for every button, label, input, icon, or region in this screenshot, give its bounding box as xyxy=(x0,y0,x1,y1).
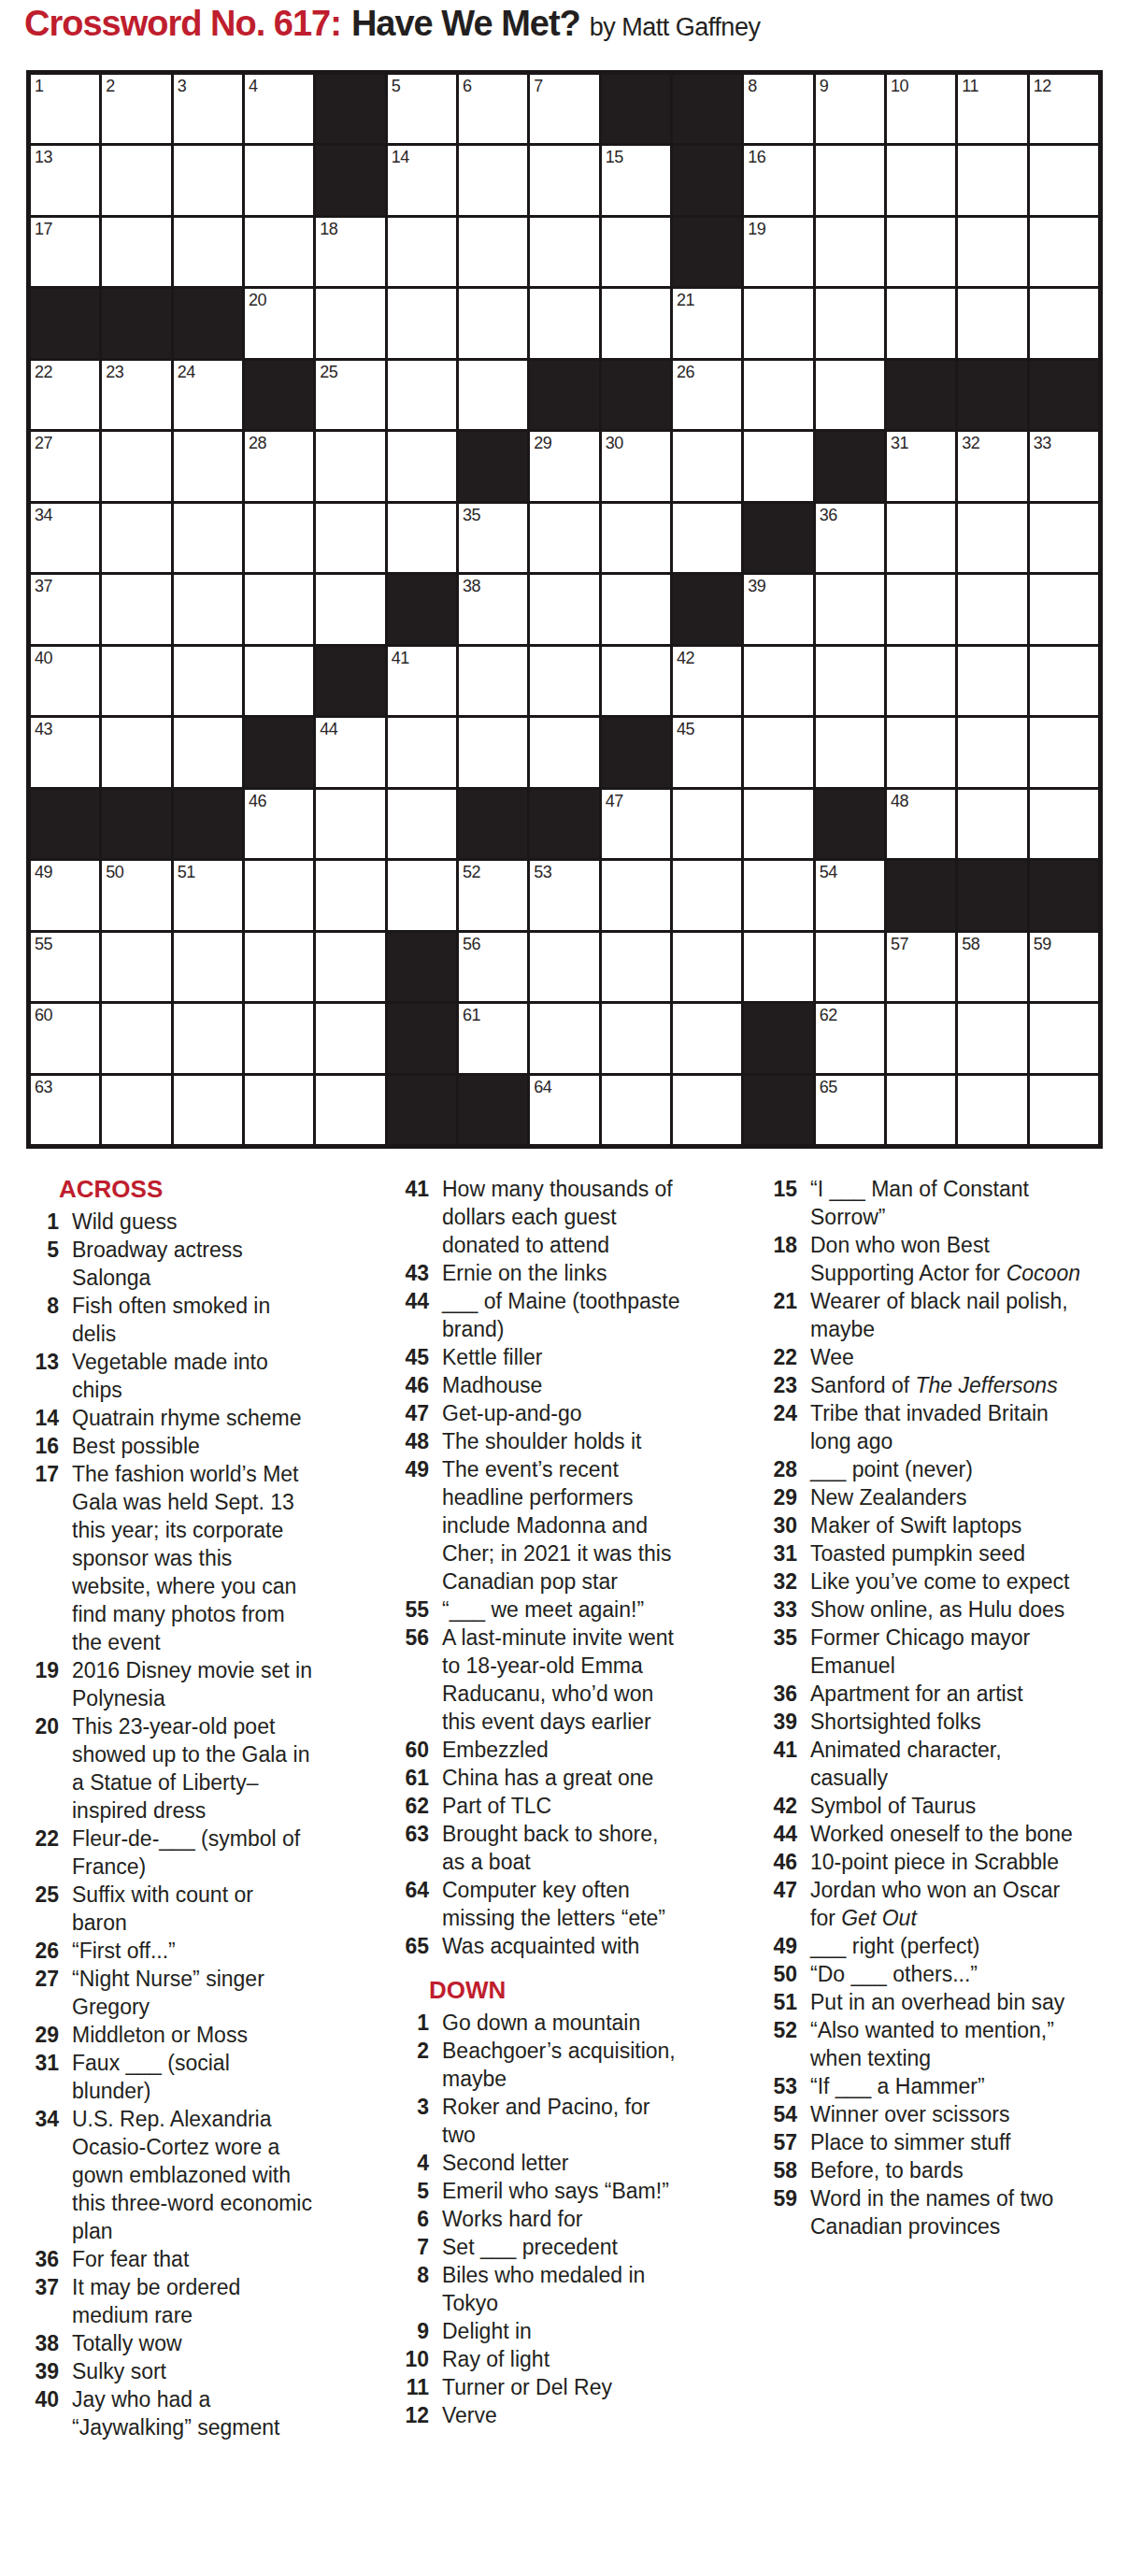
grid-cell[interactable] xyxy=(245,647,313,715)
cell-number: 28 xyxy=(249,434,266,452)
clue-item: 39Shortsighted folks xyxy=(753,1708,1123,1736)
clue-text: Toasted pumpkin seed xyxy=(810,1539,1081,1567)
clue-item: 37It may be ordered medium rare xyxy=(15,2273,372,2329)
grid-cell[interactable] xyxy=(673,1076,741,1144)
grid-cell[interactable]: 64 xyxy=(530,1076,598,1144)
grid-cell[interactable] xyxy=(459,647,527,715)
grid-cell[interactable]: 29 xyxy=(530,432,598,500)
grid-cell[interactable] xyxy=(459,718,527,786)
grid-cell[interactable] xyxy=(1030,504,1098,572)
grid-cell[interactable] xyxy=(245,933,313,1001)
grid-cell[interactable] xyxy=(102,1076,170,1144)
clue-number: 22 xyxy=(15,1825,59,1853)
clue-number: 55 xyxy=(385,1596,429,1624)
grid-cell[interactable] xyxy=(388,861,456,929)
grid-cell[interactable] xyxy=(602,933,670,1001)
grid-cell[interactable] xyxy=(459,218,527,286)
clue-number: 29 xyxy=(15,2021,59,2049)
grid-cell[interactable]: 51 xyxy=(174,861,242,929)
across-header: ACROSS xyxy=(59,1175,372,1204)
crossword-grid: 1234567891011121314151617181920212223242… xyxy=(26,70,1103,1149)
grid-cell[interactable]: 28 xyxy=(245,432,313,500)
clue-number: 20 xyxy=(15,1712,59,1740)
cell-number: 47 xyxy=(606,792,623,810)
black-square xyxy=(316,146,384,214)
grid-cell[interactable]: 55 xyxy=(31,933,99,1001)
clue-item: 4610-point piece in Scrabble xyxy=(753,1848,1123,1876)
grid-cell[interactable] xyxy=(530,1004,598,1072)
grid-cell[interactable] xyxy=(459,146,527,214)
grid-cell[interactable] xyxy=(887,1004,955,1072)
cell-number: 1 xyxy=(35,77,44,95)
grid-cell[interactable] xyxy=(316,289,384,357)
clue-number: 41 xyxy=(385,1175,429,1203)
grid-cell[interactable]: 21 xyxy=(673,289,741,357)
cell-number: 53 xyxy=(534,863,551,881)
grid-cell[interactable] xyxy=(744,861,812,929)
grid-cell[interactable] xyxy=(602,1004,670,1072)
grid-cell[interactable] xyxy=(245,146,313,214)
cell-number: 59 xyxy=(1034,935,1051,953)
grid-cell[interactable] xyxy=(174,1004,242,1072)
clue-text: Put in an overhead bin say xyxy=(810,1988,1081,2016)
grid-cell[interactable] xyxy=(887,146,955,214)
cell-number: 38 xyxy=(463,577,480,595)
clue-text: 2016 Disney movie set in Polynesia xyxy=(72,1656,313,1712)
clue-number: 64 xyxy=(385,1876,429,1904)
grid-cell[interactable] xyxy=(887,647,955,715)
cell-number: 45 xyxy=(677,720,694,738)
grid-cell[interactable] xyxy=(887,218,955,286)
clue-text: Tribe that invaded Britain long ago xyxy=(810,1399,1081,1455)
grid-cell[interactable] xyxy=(102,1004,170,1072)
grid-cell[interactable] xyxy=(174,1076,242,1144)
black-square xyxy=(388,575,456,643)
cell-number: 8 xyxy=(748,77,757,95)
grid-cell[interactable] xyxy=(602,504,670,572)
black-square xyxy=(316,75,384,143)
clue-number: 14 xyxy=(15,1404,59,1432)
clue-number: 41 xyxy=(753,1736,797,1764)
grid-cell[interactable] xyxy=(316,861,384,929)
grid-cell[interactable] xyxy=(174,218,242,286)
grid-cell[interactable]: 25 xyxy=(316,361,384,429)
cell-number: 24 xyxy=(178,363,195,381)
clue-number: 30 xyxy=(753,1511,797,1539)
clue-number: 59 xyxy=(753,2184,797,2212)
grid-cell[interactable] xyxy=(102,218,170,286)
grid-cell[interactable] xyxy=(816,647,884,715)
grid-cell[interactable] xyxy=(958,647,1026,715)
cell-number: 15 xyxy=(606,148,623,166)
clue-item: 53“If ___ a Hammer” xyxy=(753,2072,1123,2100)
grid-cell[interactable]: 34 xyxy=(31,504,99,572)
grid-cell[interactable]: 6 xyxy=(459,75,527,143)
grid-cell[interactable]: 63 xyxy=(31,1076,99,1144)
grid-cell[interactable] xyxy=(958,1004,1026,1072)
grid-cell[interactable]: 24 xyxy=(174,361,242,429)
grid-cell[interactable] xyxy=(174,146,242,214)
grid-cell[interactable] xyxy=(673,861,741,929)
clue-number: 63 xyxy=(385,1820,429,1848)
grid-cell[interactable] xyxy=(958,718,1026,786)
grid-cell[interactable] xyxy=(816,361,884,429)
grid-cell[interactable]: 37 xyxy=(31,575,99,643)
black-square xyxy=(459,790,527,858)
grid-cell[interactable] xyxy=(102,718,170,786)
grid-cell[interactable]: 43 xyxy=(31,718,99,786)
grid-cell[interactable]: 36 xyxy=(816,504,884,572)
clue-number: 61 xyxy=(385,1764,429,1792)
clue-item: 55“___ we meet again!” xyxy=(385,1596,742,1624)
clue-number: 7 xyxy=(385,2233,429,2261)
grid-cell[interactable]: 33 xyxy=(1030,432,1098,500)
grid-cell[interactable] xyxy=(1030,218,1098,286)
grid-cell[interactable] xyxy=(316,1076,384,1144)
grid-cell[interactable] xyxy=(174,504,242,572)
grid-cell[interactable]: 15 xyxy=(602,146,670,214)
grid-cell[interactable] xyxy=(245,1004,313,1072)
grid-cell[interactable] xyxy=(887,575,955,643)
grid-cell[interactable] xyxy=(816,933,884,1001)
grid-cell[interactable] xyxy=(816,289,884,357)
grid-cell[interactable] xyxy=(245,575,313,643)
grid-cell[interactable] xyxy=(958,504,1026,572)
grid-cell[interactable] xyxy=(1030,647,1098,715)
grid-cell[interactable] xyxy=(316,933,384,1001)
grid-cell[interactable] xyxy=(1030,790,1098,858)
clue-text: This 23-year-old poet showed up to the G… xyxy=(72,1712,313,1825)
clue-item: 11Turner or Del Rey xyxy=(385,2373,742,2401)
grid-cell[interactable] xyxy=(602,289,670,357)
black-square xyxy=(245,361,313,429)
clue-item: 39Sulky sort xyxy=(15,2357,372,2385)
grid-cell[interactable] xyxy=(602,861,670,929)
grid-cell[interactable] xyxy=(174,933,242,1001)
clue-text: Ernie on the links xyxy=(442,1259,683,1287)
grid-cell[interactable]: 8 xyxy=(744,75,812,143)
clue-number: 3 xyxy=(385,2093,429,2121)
clue-number: 25 xyxy=(15,1881,59,1909)
grid-cell[interactable]: 16 xyxy=(744,146,812,214)
grid-cell[interactable]: 49 xyxy=(31,861,99,929)
grid-cell[interactable]: 47 xyxy=(602,790,670,858)
grid-cell[interactable] xyxy=(816,575,884,643)
grid-cell[interactable] xyxy=(388,361,456,429)
grid-cell[interactable] xyxy=(316,790,384,858)
grid-cell[interactable] xyxy=(816,146,884,214)
cell-number: 32 xyxy=(962,434,979,452)
grid-cell[interactable]: 31 xyxy=(887,432,955,500)
clue-item: 26“First off...” xyxy=(15,1937,372,1965)
grid-cell[interactable] xyxy=(744,790,812,858)
clue-item: 25Suffix with count or baron xyxy=(15,1881,372,1937)
clue-item: 192016 Disney movie set in Polynesia xyxy=(15,1656,372,1712)
clue-number: 31 xyxy=(15,2049,59,2077)
grid-cell[interactable]: 62 xyxy=(816,1004,884,1072)
grid-cell[interactable] xyxy=(958,289,1026,357)
grid-cell[interactable] xyxy=(1030,146,1098,214)
clue-item: 12Verve xyxy=(385,2401,742,2429)
grid-cell[interactable] xyxy=(245,504,313,572)
grid-cell[interactable] xyxy=(459,361,527,429)
grid-cell[interactable] xyxy=(744,647,812,715)
clue-number: 18 xyxy=(753,1231,797,1259)
clue-text: ___ of Maine (toothpaste brand) xyxy=(442,1287,683,1343)
grid-cell[interactable] xyxy=(245,1076,313,1144)
grid-cell[interactable] xyxy=(1030,718,1098,786)
grid-cell[interactable] xyxy=(388,432,456,500)
grid-cell[interactable]: 56 xyxy=(459,933,527,1001)
grid-cell[interactable]: 13 xyxy=(31,146,99,214)
grid-cell[interactable]: 44 xyxy=(316,718,384,786)
grid-cell[interactable]: 27 xyxy=(31,432,99,500)
grid-cell[interactable] xyxy=(530,718,598,786)
clue-text: The event’s recent headline performers i… xyxy=(442,1455,683,1596)
grid-cell[interactable]: 14 xyxy=(388,146,456,214)
grid-cell[interactable] xyxy=(388,504,456,572)
grid-cell[interactable] xyxy=(673,790,741,858)
clue-number: 54 xyxy=(753,2100,797,2128)
clue-number: 36 xyxy=(753,1680,797,1708)
clue-item: 16Best possible xyxy=(15,1432,372,1460)
grid-cell[interactable] xyxy=(958,146,1026,214)
grid-cell[interactable]: 12 xyxy=(1030,75,1098,143)
cell-number: 58 xyxy=(962,935,979,953)
black-square xyxy=(1030,861,1098,929)
grid-cell[interactable] xyxy=(673,504,741,572)
clue-item: 17The fashion world’s Met Gala was held … xyxy=(15,1460,372,1656)
grid-cell[interactable]: 19 xyxy=(744,218,812,286)
grid-cell[interactable]: 39 xyxy=(744,575,812,643)
clue-item: 1Go down a mountain xyxy=(385,2009,742,2037)
clue-item: 60Embezzled xyxy=(385,1736,742,1764)
cell-number: 65 xyxy=(820,1078,837,1096)
grid-cell[interactable] xyxy=(887,289,955,357)
grid-cell[interactable]: 7 xyxy=(530,75,598,143)
clue-item: 28___ point (never) xyxy=(753,1455,1123,1483)
cell-number: 41 xyxy=(392,649,409,667)
clue-item: 48The shoulder holds it xyxy=(385,1427,742,1455)
grid-cell[interactable] xyxy=(245,861,313,929)
grid-cell[interactable] xyxy=(744,361,812,429)
cell-number: 31 xyxy=(891,434,908,452)
grid-cell[interactable]: 10 xyxy=(887,75,955,143)
clue-text: Apartment for an artist xyxy=(810,1680,1081,1708)
clue-text: Don who won Best Supporting Actor for Co… xyxy=(810,1231,1081,1287)
grid-cell[interactable] xyxy=(174,718,242,786)
clue-item: 61China has a great one xyxy=(385,1764,742,1792)
grid-cell[interactable]: 32 xyxy=(958,432,1026,500)
grid-cell[interactable]: 59 xyxy=(1030,933,1098,1001)
grid-cell[interactable] xyxy=(744,289,812,357)
grid-cell[interactable]: 52 xyxy=(459,861,527,929)
grid-cell[interactable] xyxy=(316,1004,384,1072)
cell-number: 37 xyxy=(35,577,52,595)
grid-cell[interactable]: 61 xyxy=(459,1004,527,1072)
clue-item: 14Quatrain rhyme scheme xyxy=(15,1404,372,1432)
cell-number: 13 xyxy=(35,148,52,166)
grid-cell[interactable]: 38 xyxy=(459,575,527,643)
grid-cell[interactable]: 45 xyxy=(673,718,741,786)
grid-cell[interactable] xyxy=(102,432,170,500)
grid-cell[interactable]: 57 xyxy=(887,933,955,1001)
grid-cell[interactable] xyxy=(887,1076,955,1144)
cell-number: 34 xyxy=(35,506,52,524)
grid-cell[interactable] xyxy=(530,933,598,1001)
grid-cell[interactable] xyxy=(958,1076,1026,1144)
grid-cell[interactable]: 58 xyxy=(958,933,1026,1001)
grid-cell[interactable] xyxy=(816,718,884,786)
grid-cell[interactable]: 23 xyxy=(102,361,170,429)
clue-text: Faux ___ (social blunder) xyxy=(72,2049,313,2105)
clue-item: 44___ of Maine (toothpaste brand) xyxy=(385,1287,742,1343)
cell-number: 10 xyxy=(891,77,908,95)
grid-cell[interactable]: 18 xyxy=(316,218,384,286)
clue-text: Totally wow xyxy=(72,2329,313,2357)
grid-cell[interactable]: 65 xyxy=(816,1076,884,1144)
clue-item: 45Kettle filler xyxy=(385,1343,742,1371)
grid-cell[interactable] xyxy=(102,504,170,572)
grid-cell[interactable] xyxy=(102,146,170,214)
clue-text: Place to simmer stuff xyxy=(810,2128,1081,2156)
grid-cell[interactable] xyxy=(174,575,242,643)
grid-cell[interactable]: 46 xyxy=(245,790,313,858)
clue-text: Word in the names of two Canadian provin… xyxy=(810,2184,1081,2240)
grid-cell[interactable] xyxy=(887,718,955,786)
clue-number: 56 xyxy=(385,1624,429,1652)
grid-cell[interactable]: 50 xyxy=(102,861,170,929)
grid-cell[interactable] xyxy=(744,718,812,786)
clue-item: 62Part of TLC xyxy=(385,1792,742,1820)
grid-cell[interactable] xyxy=(388,718,456,786)
cell-number: 25 xyxy=(320,363,337,381)
clue-item: 29Middleton or Moss xyxy=(15,2021,372,2049)
clue-column-left: ACROSS 1Wild guess5Broadway actress Salo… xyxy=(15,1175,372,2441)
grid-cell[interactable] xyxy=(316,504,384,572)
clue-item: 47Get-up-and-go xyxy=(385,1399,742,1427)
grid-cell[interactable] xyxy=(1030,1076,1098,1144)
grid-cell[interactable] xyxy=(530,647,598,715)
grid-cell[interactable]: 53 xyxy=(530,861,598,929)
clue-number: 36 xyxy=(15,2245,59,2273)
grid-cell[interactable] xyxy=(530,575,598,643)
grid-cell[interactable] xyxy=(602,647,670,715)
grid-cell[interactable]: 26 xyxy=(673,361,741,429)
grid-cell[interactable] xyxy=(316,432,384,500)
clue-item: 33Show online, as Hulu does xyxy=(753,1596,1123,1624)
cell-number: 48 xyxy=(891,792,908,810)
grid-cell[interactable] xyxy=(1030,289,1098,357)
grid-cell[interactable]: 11 xyxy=(958,75,1026,143)
clue-item: 50“Do ___ others...” xyxy=(753,1960,1123,1988)
grid-cell[interactable]: 48 xyxy=(887,790,955,858)
grid-cell[interactable] xyxy=(744,933,812,1001)
grid-cell[interactable]: 9 xyxy=(816,75,884,143)
grid-cell[interactable]: 1 xyxy=(31,75,99,143)
grid-cell[interactable] xyxy=(530,218,598,286)
clue-text: “___ we meet again!” xyxy=(442,1596,683,1624)
clue-text: Was acquainted with xyxy=(442,1932,683,1960)
clue-number: 21 xyxy=(753,1287,797,1315)
grid-cell[interactable]: 17 xyxy=(31,218,99,286)
grid-cell[interactable] xyxy=(388,289,456,357)
grid-cell[interactable] xyxy=(459,289,527,357)
clue-item: 5Emeril who says “Bam!” xyxy=(385,2177,742,2205)
grid-cell[interactable]: 2 xyxy=(102,75,170,143)
grid-cell[interactable]: 40 xyxy=(31,647,99,715)
clue-text: Biles who medaled in Tokyo xyxy=(442,2261,683,2317)
grid-cell[interactable] xyxy=(602,1076,670,1144)
grid-cell[interactable] xyxy=(102,647,170,715)
grid-cell[interactable] xyxy=(388,218,456,286)
grid-cell[interactable]: 35 xyxy=(459,504,527,572)
clue-text: “Do ___ others...” xyxy=(810,1960,1081,1988)
clue-text: Madhouse xyxy=(442,1371,683,1399)
grid-cell[interactable] xyxy=(102,575,170,643)
clue-text: Set ___ precedent xyxy=(442,2233,683,2261)
clue-item: 57Place to simmer stuff xyxy=(753,2128,1123,2156)
grid-cell[interactable] xyxy=(816,218,884,286)
grid-cell[interactable]: 60 xyxy=(31,1004,99,1072)
grid-cell[interactable]: 4 xyxy=(245,75,313,143)
grid-cell[interactable] xyxy=(673,432,741,500)
clue-number: 37 xyxy=(15,2273,59,2301)
grid-cell[interactable] xyxy=(530,504,598,572)
grid-cell[interactable] xyxy=(1030,1004,1098,1072)
grid-cell[interactable] xyxy=(602,575,670,643)
clue-number: 16 xyxy=(15,1432,59,1460)
grid-cell[interactable] xyxy=(602,218,670,286)
grid-cell[interactable]: 5 xyxy=(388,75,456,143)
grid-cell[interactable] xyxy=(174,432,242,500)
grid-cell[interactable] xyxy=(388,790,456,858)
clue-text: ___ right (perfect) xyxy=(810,1932,1081,1960)
grid-cell[interactable]: 54 xyxy=(816,861,884,929)
grid-cell[interactable] xyxy=(530,289,598,357)
grid-cell[interactable] xyxy=(1030,575,1098,643)
clue-number: 22 xyxy=(753,1343,797,1371)
grid-cell[interactable] xyxy=(530,146,598,214)
grid-cell[interactable] xyxy=(102,933,170,1001)
clue-item: 64Computer key often missing the letters… xyxy=(385,1876,742,1932)
grid-cell[interactable] xyxy=(744,432,812,500)
grid-cell[interactable] xyxy=(958,575,1026,643)
clue-column-middle: 41How many thousands of dollars each gue… xyxy=(385,1175,742,2429)
black-square xyxy=(816,790,884,858)
grid-cell[interactable]: 42 xyxy=(673,647,741,715)
grid-cell[interactable] xyxy=(174,647,242,715)
cell-number: 9 xyxy=(820,77,829,95)
grid-cell[interactable] xyxy=(316,575,384,643)
grid-cell[interactable]: 30 xyxy=(602,432,670,500)
clue-number: 4 xyxy=(385,2149,429,2177)
grid-cell[interactable]: 22 xyxy=(31,361,99,429)
grid-cell[interactable]: 3 xyxy=(174,75,242,143)
grid-cell[interactable] xyxy=(673,933,741,1001)
grid-cell[interactable] xyxy=(958,218,1026,286)
grid-cell[interactable]: 41 xyxy=(388,647,456,715)
grid-cell[interactable] xyxy=(887,504,955,572)
grid-cell[interactable]: 20 xyxy=(245,289,313,357)
clue-text: Jordan who won an Oscar for Get Out xyxy=(810,1876,1081,1932)
clue-item: 36Apartment for an artist xyxy=(753,1680,1123,1708)
grid-cell[interactable] xyxy=(958,790,1026,858)
grid-cell[interactable] xyxy=(673,1004,741,1072)
grid-cell[interactable] xyxy=(245,218,313,286)
clue-text: Symbol of Taurus xyxy=(810,1792,1081,1820)
clue-item: 6Works hard for xyxy=(385,2205,742,2233)
